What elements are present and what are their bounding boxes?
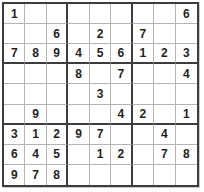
cell-r1c4[interactable] xyxy=(68,4,89,24)
cell-r7c9[interactable] xyxy=(176,125,197,145)
cell-r5c8[interactable] xyxy=(154,84,175,104)
cell-r9c5[interactable] xyxy=(90,165,111,185)
cell-r8c1[interactable]: 6 xyxy=(4,145,25,165)
cell-r9c6[interactable] xyxy=(111,165,132,185)
cell-r6c2[interactable]: 9 xyxy=(25,105,46,125)
cell-r4c3[interactable] xyxy=(47,64,68,84)
cell-r8c2[interactable]: 4 xyxy=(25,145,46,165)
cell-r2c1[interactable] xyxy=(4,24,25,44)
cell-r3c4[interactable]: 4 xyxy=(68,44,89,64)
cell-r3c8[interactable]: 2 xyxy=(154,44,175,64)
cell-r2c5[interactable]: 2 xyxy=(90,24,111,44)
sudoku-board: 16627789456123874394213129746451278978 xyxy=(2,2,199,187)
cell-r8c5[interactable]: 1 xyxy=(90,145,111,165)
cell-r7c2[interactable]: 1 xyxy=(25,125,46,145)
cell-r6c5[interactable] xyxy=(90,105,111,125)
cell-r9c1[interactable]: 9 xyxy=(4,165,25,185)
cell-r3c5[interactable]: 5 xyxy=(90,44,111,64)
cell-r5c2[interactable] xyxy=(25,84,46,104)
cell-r4c4[interactable]: 8 xyxy=(68,64,89,84)
cell-r9c4[interactable] xyxy=(68,165,89,185)
cell-r1c3[interactable] xyxy=(47,4,68,24)
cell-r1c7[interactable] xyxy=(133,4,154,24)
cell-r3c3[interactable]: 9 xyxy=(47,44,68,64)
cell-r4c8[interactable] xyxy=(154,64,175,84)
cell-r4c1[interactable] xyxy=(4,64,25,84)
cell-r2c4[interactable] xyxy=(68,24,89,44)
cell-r2c2[interactable] xyxy=(25,24,46,44)
cell-r7c1[interactable]: 3 xyxy=(4,125,25,145)
cell-r3c7[interactable]: 1 xyxy=(133,44,154,64)
cell-r5c7[interactable] xyxy=(133,84,154,104)
cell-r3c1[interactable]: 7 xyxy=(4,44,25,64)
cell-r8c8[interactable]: 7 xyxy=(154,145,175,165)
cell-r4c5[interactable] xyxy=(90,64,111,84)
cell-r7c7[interactable] xyxy=(133,125,154,145)
cell-r8c3[interactable]: 5 xyxy=(47,145,68,165)
cell-r4c2[interactable] xyxy=(25,64,46,84)
cell-r4c9[interactable]: 4 xyxy=(176,64,197,84)
cell-r7c6[interactable] xyxy=(111,125,132,145)
cell-r9c8[interactable] xyxy=(154,165,175,185)
cell-r8c7[interactable] xyxy=(133,145,154,165)
cell-r6c7[interactable]: 2 xyxy=(133,105,154,125)
cell-r6c4[interactable] xyxy=(68,105,89,125)
cell-r5c1[interactable] xyxy=(4,84,25,104)
cell-r6c1[interactable] xyxy=(4,105,25,125)
cell-r1c9[interactable]: 6 xyxy=(176,4,197,24)
cell-r5c9[interactable] xyxy=(176,84,197,104)
cell-r5c4[interactable] xyxy=(68,84,89,104)
cell-r4c7[interactable] xyxy=(133,64,154,84)
cell-r2c7[interactable]: 7 xyxy=(133,24,154,44)
cell-r7c5[interactable]: 7 xyxy=(90,125,111,145)
cell-r6c9[interactable]: 1 xyxy=(176,105,197,125)
cell-r1c5[interactable] xyxy=(90,4,111,24)
cell-r6c8[interactable] xyxy=(154,105,175,125)
cell-r1c2[interactable] xyxy=(25,4,46,24)
cell-r3c2[interactable]: 8 xyxy=(25,44,46,64)
cell-r2c8[interactable] xyxy=(154,24,175,44)
cell-r8c6[interactable]: 2 xyxy=(111,145,132,165)
cell-r8c4[interactable] xyxy=(68,145,89,165)
cell-r1c1[interactable]: 1 xyxy=(4,4,25,24)
cell-r9c3[interactable]: 8 xyxy=(47,165,68,185)
cell-r1c6[interactable] xyxy=(111,4,132,24)
cell-r5c6[interactable] xyxy=(111,84,132,104)
cell-r4c6[interactable]: 7 xyxy=(111,64,132,84)
cell-r7c8[interactable]: 4 xyxy=(154,125,175,145)
cell-r5c3[interactable] xyxy=(47,84,68,104)
cell-r9c2[interactable]: 7 xyxy=(25,165,46,185)
cell-r6c6[interactable]: 4 xyxy=(111,105,132,125)
cell-r1c8[interactable] xyxy=(154,4,175,24)
cell-r2c6[interactable] xyxy=(111,24,132,44)
cell-r3c9[interactable]: 3 xyxy=(176,44,197,64)
cell-r5c5[interactable]: 3 xyxy=(90,84,111,104)
cell-r2c3[interactable]: 6 xyxy=(47,24,68,44)
page: 16627789456123874394213129746451278978 xyxy=(0,0,204,192)
cell-r9c7[interactable] xyxy=(133,165,154,185)
cell-r6c3[interactable] xyxy=(47,105,68,125)
cell-r9c9[interactable] xyxy=(176,165,197,185)
cell-r7c4[interactable]: 9 xyxy=(68,125,89,145)
cell-r7c3[interactable]: 2 xyxy=(47,125,68,145)
cell-r2c9[interactable] xyxy=(176,24,197,44)
cell-r8c9[interactable]: 8 xyxy=(176,145,197,165)
cell-r3c6[interactable]: 6 xyxy=(111,44,132,64)
